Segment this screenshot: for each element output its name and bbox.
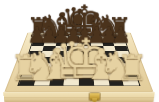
brass-clasp-icon [89, 93, 99, 100]
square-h1[interactable]: ♜ [122, 77, 139, 85]
box-seam-line [4, 97, 154, 98]
product-photo-scene: ♜♞♝♛♚♝♞♜♟♟♟♟♟♟♟♟♟♟♟♟♟♟♟♟♜♞♝♛♚♝♞♜ [0, 0, 159, 102]
box-front-side [3, 92, 155, 102]
chess-piece-white-rook[interactable]: ♜ [116, 51, 148, 87]
chess-board-box: ♜♞♝♛♚♝♞♜♟♟♟♟♟♟♟♟♟♟♟♟♟♟♟♟♜♞♝♛♚♝♞♜ [4, 33, 153, 93]
chess-board[interactable]: ♜♞♝♛♚♝♞♜♟♟♟♟♟♟♟♟♟♟♟♟♟♟♟♟♜♞♝♛♚♝♞♜ [17, 36, 140, 86]
